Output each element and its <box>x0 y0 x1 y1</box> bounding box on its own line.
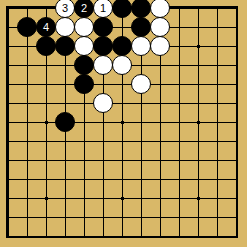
intersection[interactable] <box>170 113 189 132</box>
intersection[interactable] <box>75 208 94 227</box>
intersection[interactable] <box>37 0 56 18</box>
intersection[interactable] <box>132 189 151 208</box>
intersection[interactable] <box>94 151 113 170</box>
intersection[interactable] <box>94 227 113 246</box>
black-stone <box>112 36 132 56</box>
intersection[interactable] <box>37 94 56 113</box>
intersection[interactable] <box>189 132 208 151</box>
intersection[interactable] <box>227 37 246 56</box>
intersection[interactable] <box>18 208 37 227</box>
board-intersections: 3214 <box>0 0 246 246</box>
intersection[interactable] <box>94 170 113 189</box>
intersection[interactable] <box>208 151 227 170</box>
intersection[interactable] <box>113 132 132 151</box>
intersection[interactable] <box>208 94 227 113</box>
intersection[interactable] <box>227 151 246 170</box>
intersection <box>151 0 170 18</box>
intersection[interactable] <box>132 94 151 113</box>
intersection <box>94 94 113 113</box>
black-stone <box>74 55 94 75</box>
intersection[interactable] <box>170 75 189 94</box>
move-number-label: 2 <box>81 3 87 14</box>
intersection[interactable] <box>75 94 94 113</box>
intersection[interactable] <box>0 227 18 246</box>
intersection[interactable] <box>208 113 227 132</box>
intersection[interactable] <box>113 189 132 208</box>
intersection[interactable] <box>113 18 132 37</box>
white-stone <box>112 55 132 75</box>
intersection <box>132 0 151 18</box>
intersection[interactable] <box>170 18 189 37</box>
intersection <box>113 56 132 75</box>
intersection[interactable] <box>170 56 189 75</box>
intersection[interactable] <box>0 56 18 75</box>
intersection <box>56 18 75 37</box>
intersection[interactable] <box>189 75 208 94</box>
white-stone <box>93 93 113 113</box>
intersection[interactable] <box>18 37 37 56</box>
intersection[interactable] <box>151 151 170 170</box>
intersection[interactable] <box>37 75 56 94</box>
intersection[interactable] <box>56 151 75 170</box>
star-point <box>45 121 48 124</box>
intersection: 2 <box>75 0 94 18</box>
white-stone <box>74 36 94 56</box>
black-stone <box>55 36 75 56</box>
move-number-label: 3 <box>62 3 68 14</box>
intersection[interactable] <box>18 113 37 132</box>
black-stone <box>93 17 113 37</box>
intersection[interactable] <box>18 75 37 94</box>
intersection <box>75 56 94 75</box>
intersection[interactable] <box>18 132 37 151</box>
intersection[interactable] <box>170 170 189 189</box>
intersection[interactable] <box>227 189 246 208</box>
intersection[interactable] <box>56 56 75 75</box>
intersection[interactable] <box>0 18 18 37</box>
intersection[interactable] <box>37 170 56 189</box>
white-stone <box>74 17 94 37</box>
intersection[interactable] <box>94 189 113 208</box>
intersection[interactable] <box>227 170 246 189</box>
intersection[interactable] <box>189 18 208 37</box>
intersection <box>56 113 75 132</box>
intersection[interactable] <box>113 170 132 189</box>
star-point <box>121 197 124 200</box>
intersection[interactable] <box>56 75 75 94</box>
white-stone <box>150 17 170 37</box>
white-stone <box>150 36 170 56</box>
intersection[interactable] <box>151 170 170 189</box>
black-stone <box>74 74 94 94</box>
intersection <box>113 0 132 18</box>
intersection <box>132 18 151 37</box>
intersection <box>94 18 113 37</box>
intersection[interactable] <box>170 132 189 151</box>
intersection[interactable] <box>94 132 113 151</box>
intersection[interactable] <box>227 208 246 227</box>
intersection[interactable] <box>189 170 208 189</box>
intersection[interactable] <box>56 94 75 113</box>
white-stone: 3 <box>55 0 75 18</box>
intersection[interactable] <box>132 113 151 132</box>
intersection <box>151 18 170 37</box>
intersection[interactable] <box>208 208 227 227</box>
intersection <box>151 37 170 56</box>
intersection: 3 <box>56 0 75 18</box>
intersection[interactable] <box>0 94 18 113</box>
intersection <box>94 56 113 75</box>
intersection[interactable] <box>208 189 227 208</box>
intersection[interactable] <box>56 227 75 246</box>
intersection[interactable] <box>208 56 227 75</box>
move-number-label: 1 <box>100 3 106 14</box>
intersection[interactable] <box>132 208 151 227</box>
intersection[interactable] <box>0 113 18 132</box>
intersection <box>56 37 75 56</box>
go-board-diagram: 3214 <box>0 0 247 247</box>
intersection[interactable] <box>113 227 132 246</box>
intersection[interactable] <box>189 189 208 208</box>
intersection[interactable] <box>227 113 246 132</box>
intersection[interactable] <box>94 113 113 132</box>
intersection[interactable] <box>75 170 94 189</box>
intersection[interactable] <box>37 56 56 75</box>
intersection[interactable] <box>151 94 170 113</box>
intersection[interactable] <box>208 227 227 246</box>
intersection[interactable] <box>189 0 208 18</box>
intersection[interactable] <box>113 94 132 113</box>
intersection[interactable] <box>113 151 132 170</box>
intersection[interactable] <box>170 208 189 227</box>
intersection[interactable] <box>18 0 37 18</box>
black-stone <box>112 0 132 18</box>
intersection: 1 <box>94 0 113 18</box>
intersection[interactable] <box>151 113 170 132</box>
intersection[interactable] <box>132 132 151 151</box>
intersection[interactable] <box>113 113 132 132</box>
intersection[interactable] <box>208 170 227 189</box>
intersection[interactable] <box>227 75 246 94</box>
intersection[interactable] <box>94 75 113 94</box>
intersection[interactable] <box>18 56 37 75</box>
intersection[interactable] <box>56 208 75 227</box>
white-stone <box>93 55 113 75</box>
intersection[interactable] <box>75 189 94 208</box>
intersection <box>75 75 94 94</box>
intersection <box>18 18 37 37</box>
intersection <box>75 37 94 56</box>
intersection[interactable] <box>75 151 94 170</box>
intersection[interactable] <box>132 170 151 189</box>
intersection[interactable] <box>0 132 18 151</box>
intersection[interactable] <box>75 227 94 246</box>
black-stone <box>131 17 151 37</box>
intersection[interactable] <box>208 0 227 18</box>
intersection <box>132 37 151 56</box>
intersection[interactable] <box>170 151 189 170</box>
intersection[interactable] <box>189 37 208 56</box>
intersection[interactable] <box>189 56 208 75</box>
intersection[interactable] <box>113 75 132 94</box>
intersection[interactable] <box>151 227 170 246</box>
intersection[interactable] <box>170 37 189 56</box>
intersection[interactable] <box>170 227 189 246</box>
intersection[interactable] <box>94 208 113 227</box>
intersection[interactable] <box>151 189 170 208</box>
star-point <box>197 197 200 200</box>
intersection[interactable] <box>75 113 94 132</box>
intersection[interactable] <box>56 132 75 151</box>
intersection <box>94 37 113 56</box>
black-stone <box>93 36 113 56</box>
intersection[interactable] <box>151 208 170 227</box>
intersection[interactable] <box>0 208 18 227</box>
intersection[interactable] <box>170 0 189 18</box>
intersection[interactable] <box>208 18 227 37</box>
star-point <box>197 45 200 48</box>
star-point <box>45 197 48 200</box>
black-stone <box>131 0 151 18</box>
white-stone: 1 <box>93 0 113 18</box>
intersection[interactable] <box>18 94 37 113</box>
intersection[interactable] <box>189 227 208 246</box>
intersection[interactable] <box>151 132 170 151</box>
black-stone <box>55 112 75 132</box>
intersection <box>132 75 151 94</box>
intersection[interactable] <box>170 94 189 113</box>
intersection[interactable] <box>208 132 227 151</box>
intersection[interactable] <box>227 0 246 18</box>
intersection[interactable] <box>18 227 37 246</box>
intersection[interactable] <box>37 132 56 151</box>
intersection[interactable] <box>18 151 37 170</box>
intersection[interactable] <box>208 37 227 56</box>
intersection[interactable] <box>0 37 18 56</box>
intersection[interactable] <box>37 189 56 208</box>
star-point <box>197 121 200 124</box>
intersection[interactable] <box>113 208 132 227</box>
intersection[interactable] <box>151 56 170 75</box>
intersection[interactable] <box>170 189 189 208</box>
intersection[interactable] <box>18 170 37 189</box>
white-stone <box>55 17 75 37</box>
intersection[interactable] <box>37 151 56 170</box>
intersection[interactable] <box>18 189 37 208</box>
intersection <box>75 18 94 37</box>
intersection[interactable] <box>189 208 208 227</box>
white-stone <box>131 74 151 94</box>
intersection[interactable] <box>0 151 18 170</box>
black-stone <box>17 17 37 37</box>
intersection[interactable] <box>0 0 18 18</box>
intersection[interactable] <box>227 56 246 75</box>
star-point <box>121 121 124 124</box>
intersection[interactable] <box>56 170 75 189</box>
intersection[interactable] <box>0 189 18 208</box>
intersection[interactable] <box>227 132 246 151</box>
white-stone <box>131 36 151 56</box>
black-stone <box>36 36 56 56</box>
intersection <box>113 37 132 56</box>
intersection[interactable] <box>189 94 208 113</box>
intersection[interactable] <box>227 227 246 246</box>
intersection[interactable] <box>151 75 170 94</box>
intersection[interactable] <box>37 227 56 246</box>
intersection[interactable] <box>0 170 18 189</box>
move-number-label: 4 <box>43 22 49 33</box>
intersection <box>37 37 56 56</box>
intersection[interactable] <box>227 18 246 37</box>
intersection[interactable] <box>227 94 246 113</box>
intersection[interactable] <box>132 56 151 75</box>
intersection[interactable] <box>37 113 56 132</box>
intersection[interactable] <box>189 151 208 170</box>
black-stone: 2 <box>74 0 94 18</box>
black-stone: 4 <box>36 17 56 37</box>
intersection[interactable] <box>208 75 227 94</box>
go-board[interactable]: 3214 <box>0 0 247 247</box>
intersection[interactable] <box>132 227 151 246</box>
intersection[interactable] <box>132 151 151 170</box>
intersection[interactable] <box>37 208 56 227</box>
intersection[interactable] <box>56 189 75 208</box>
white-stone <box>150 0 170 18</box>
intersection: 4 <box>37 18 56 37</box>
intersection[interactable] <box>75 132 94 151</box>
intersection[interactable] <box>0 75 18 94</box>
intersection[interactable] <box>189 113 208 132</box>
